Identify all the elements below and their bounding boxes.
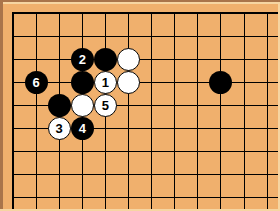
stone-black-plain	[94, 48, 117, 71]
frame-top-light	[3, 2, 278, 4]
frame-right-light	[278, 2, 280, 211]
stone-white-plain	[71, 94, 94, 117]
grid-line-vertical	[36, 12, 37, 209]
stone-black-move-4: 4	[71, 117, 94, 140]
stone-black-move-6: 6	[25, 71, 48, 94]
grid-line-vertical	[174, 12, 175, 209]
stone-black-plain	[48, 94, 71, 117]
grid-line-vertical	[244, 12, 245, 209]
stone-black-plain	[209, 71, 232, 94]
grid-line-vertical	[151, 12, 152, 209]
stone-black-move-2: 2	[71, 48, 94, 71]
grid-line-vertical	[220, 12, 221, 209]
frame-left-dark	[0, 0, 3, 211]
grid-line-horizontal	[12, 36, 278, 37]
grid-line-horizontal	[12, 82, 278, 83]
stone-black-plain	[71, 71, 94, 94]
grid-line-horizontal	[12, 12, 278, 14]
stone-white-plain	[117, 71, 140, 94]
grid-line-vertical	[197, 12, 198, 209]
grid-line-horizontal	[12, 151, 278, 152]
grid-line-vertical	[128, 12, 129, 209]
grid-line-vertical	[12, 12, 14, 209]
stone-white-move-5: 5	[94, 94, 117, 117]
grid-line-horizontal	[12, 59, 278, 60]
frame-bottom-light	[0, 209, 280, 211]
stone-white-move-3: 3	[48, 117, 71, 140]
go-board: 261534	[0, 0, 280, 211]
stone-white-move-1: 1	[94, 71, 117, 94]
grid-line-vertical	[267, 12, 268, 209]
grid-line-horizontal	[12, 197, 278, 198]
stone-white-plain	[117, 48, 140, 71]
grid-line-horizontal	[12, 174, 278, 175]
